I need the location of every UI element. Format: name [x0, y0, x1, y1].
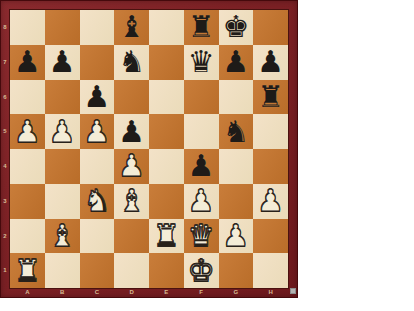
square-h1[interactable]	[253, 253, 288, 288]
white-pawn-f3[interactable]: ♟	[188, 186, 215, 216]
square-d7[interactable]: ♞	[114, 45, 149, 80]
square-g3[interactable]	[219, 184, 254, 219]
black-knight-d7[interactable]: ♞	[118, 47, 145, 77]
square-e4[interactable]	[149, 149, 184, 184]
square-d4[interactable]: ♟	[114, 149, 149, 184]
square-d2[interactable]	[114, 219, 149, 254]
square-g4[interactable]	[219, 149, 254, 184]
square-g1[interactable]	[219, 253, 254, 288]
file-label-d: D	[114, 288, 149, 298]
square-c7[interactable]	[80, 45, 115, 80]
square-g7[interactable]: ♟	[219, 45, 254, 80]
square-b5[interactable]: ♟	[45, 114, 80, 149]
square-e8[interactable]	[149, 10, 184, 45]
white-pawn-b5[interactable]: ♟	[49, 117, 76, 147]
square-h2[interactable]	[253, 219, 288, 254]
black-bishop-d8[interactable]: ♝	[118, 12, 145, 42]
black-king-g8[interactable]: ♚	[222, 12, 249, 42]
rank-label-8: 8	[0, 10, 10, 45]
square-c5[interactable]: ♟	[80, 114, 115, 149]
chess-board: ♝♜♚♟♟♞♛♟♟♟♜♟♟♟♟♞♟♟♞♝♟♟♝♜♛♟♜♚	[10, 10, 288, 288]
chess-board-frame: ♝♜♚♟♟♞♛♟♟♟♜♟♟♟♟♞♟♟♞♝♟♟♝♜♛♟♜♚ 87654321ABC…	[0, 0, 298, 298]
square-g6[interactable]	[219, 80, 254, 115]
square-d1[interactable]	[114, 253, 149, 288]
file-label-a: A	[10, 288, 45, 298]
black-rook-h6[interactable]: ♜	[257, 82, 284, 112]
white-rook-a1[interactable]: ♜	[14, 256, 41, 286]
black-pawn-b7[interactable]: ♟	[49, 47, 76, 77]
square-c3[interactable]: ♞	[80, 184, 115, 219]
square-f2[interactable]: ♛	[184, 219, 219, 254]
white-bishop-b2[interactable]: ♝	[49, 221, 76, 251]
square-c2[interactable]	[80, 219, 115, 254]
square-b4[interactable]	[45, 149, 80, 184]
file-label-e: E	[149, 288, 184, 298]
square-a4[interactable]	[10, 149, 45, 184]
square-g5[interactable]: ♞	[219, 114, 254, 149]
square-a7[interactable]: ♟	[10, 45, 45, 80]
square-e5[interactable]	[149, 114, 184, 149]
white-rook-e2[interactable]: ♜	[153, 221, 180, 251]
square-b7[interactable]: ♟	[45, 45, 80, 80]
black-pawn-f4[interactable]: ♟	[188, 151, 215, 181]
square-e7[interactable]	[149, 45, 184, 80]
square-a2[interactable]	[10, 219, 45, 254]
black-pawn-c6[interactable]: ♟	[83, 82, 110, 112]
rank-label-1: 1	[0, 253, 10, 288]
white-pawn-c5[interactable]: ♟	[83, 117, 110, 147]
square-a3[interactable]	[10, 184, 45, 219]
white-pawn-a5[interactable]: ♟	[14, 117, 41, 147]
square-e2[interactable]: ♜	[149, 219, 184, 254]
file-label-g: G	[219, 288, 254, 298]
square-h3[interactable]: ♟	[253, 184, 288, 219]
rank-label-2: 2	[0, 219, 10, 254]
square-f1[interactable]: ♚	[184, 253, 219, 288]
file-label-c: C	[80, 288, 115, 298]
square-b2[interactable]: ♝	[45, 219, 80, 254]
square-f5[interactable]	[184, 114, 219, 149]
black-pawn-d5[interactable]: ♟	[118, 117, 145, 147]
black-pawn-h7[interactable]: ♟	[257, 47, 284, 77]
black-pawn-a7[interactable]: ♟	[14, 47, 41, 77]
white-pawn-d4[interactable]: ♟	[118, 151, 145, 181]
black-rook-f8[interactable]: ♜	[188, 12, 215, 42]
square-f4[interactable]: ♟	[184, 149, 219, 184]
rank-label-7: 7	[0, 45, 10, 80]
rank-label-6: 6	[0, 80, 10, 115]
file-label-b: B	[45, 288, 80, 298]
square-a8[interactable]	[10, 10, 45, 45]
file-label-f: F	[184, 288, 219, 298]
square-b1[interactable]	[45, 253, 80, 288]
rank-label-4: 4	[0, 149, 10, 184]
square-d5[interactable]: ♟	[114, 114, 149, 149]
square-g2[interactable]: ♟	[219, 219, 254, 254]
square-d6[interactable]	[114, 80, 149, 115]
square-a6[interactable]	[10, 80, 45, 115]
square-e3[interactable]	[149, 184, 184, 219]
white-pawn-h3[interactable]: ♟	[257, 186, 284, 216]
square-d8[interactable]: ♝	[114, 10, 149, 45]
square-h8[interactable]	[253, 10, 288, 45]
black-knight-g5[interactable]: ♞	[222, 117, 249, 147]
square-d3[interactable]: ♝	[114, 184, 149, 219]
rank-label-5: 5	[0, 114, 10, 149]
square-c8[interactable]	[80, 10, 115, 45]
square-h7[interactable]: ♟	[253, 45, 288, 80]
square-f6[interactable]	[184, 80, 219, 115]
file-label-h: H	[253, 288, 288, 298]
white-queen-f2[interactable]: ♛	[188, 221, 215, 251]
white-bishop-d3[interactable]: ♝	[118, 186, 145, 216]
square-b3[interactable]	[45, 184, 80, 219]
rank-label-3: 3	[0, 184, 10, 219]
white-pawn-g2[interactable]: ♟	[222, 221, 249, 251]
square-e6[interactable]	[149, 80, 184, 115]
square-a5[interactable]: ♟	[10, 114, 45, 149]
square-h4[interactable]	[253, 149, 288, 184]
square-e1[interactable]	[149, 253, 184, 288]
white-king-f1[interactable]: ♚	[188, 256, 215, 286]
square-b8[interactable]	[45, 10, 80, 45]
square-f7[interactable]: ♛	[184, 45, 219, 80]
black-pawn-g7[interactable]: ♟	[222, 47, 249, 77]
white-knight-c3[interactable]: ♞	[83, 186, 110, 216]
resize-handle-icon	[290, 288, 296, 294]
square-h6[interactable]: ♜	[253, 80, 288, 115]
black-queen-f7[interactable]: ♛	[188, 47, 215, 77]
square-a1[interactable]: ♜	[10, 253, 45, 288]
square-f8[interactable]: ♜	[184, 10, 219, 45]
square-h5[interactable]	[253, 114, 288, 149]
square-c1[interactable]	[80, 253, 115, 288]
square-g8[interactable]: ♚	[219, 10, 254, 45]
square-b6[interactable]	[45, 80, 80, 115]
square-f3[interactable]: ♟	[184, 184, 219, 219]
square-c6[interactable]: ♟	[80, 80, 115, 115]
square-c4[interactable]	[80, 149, 115, 184]
